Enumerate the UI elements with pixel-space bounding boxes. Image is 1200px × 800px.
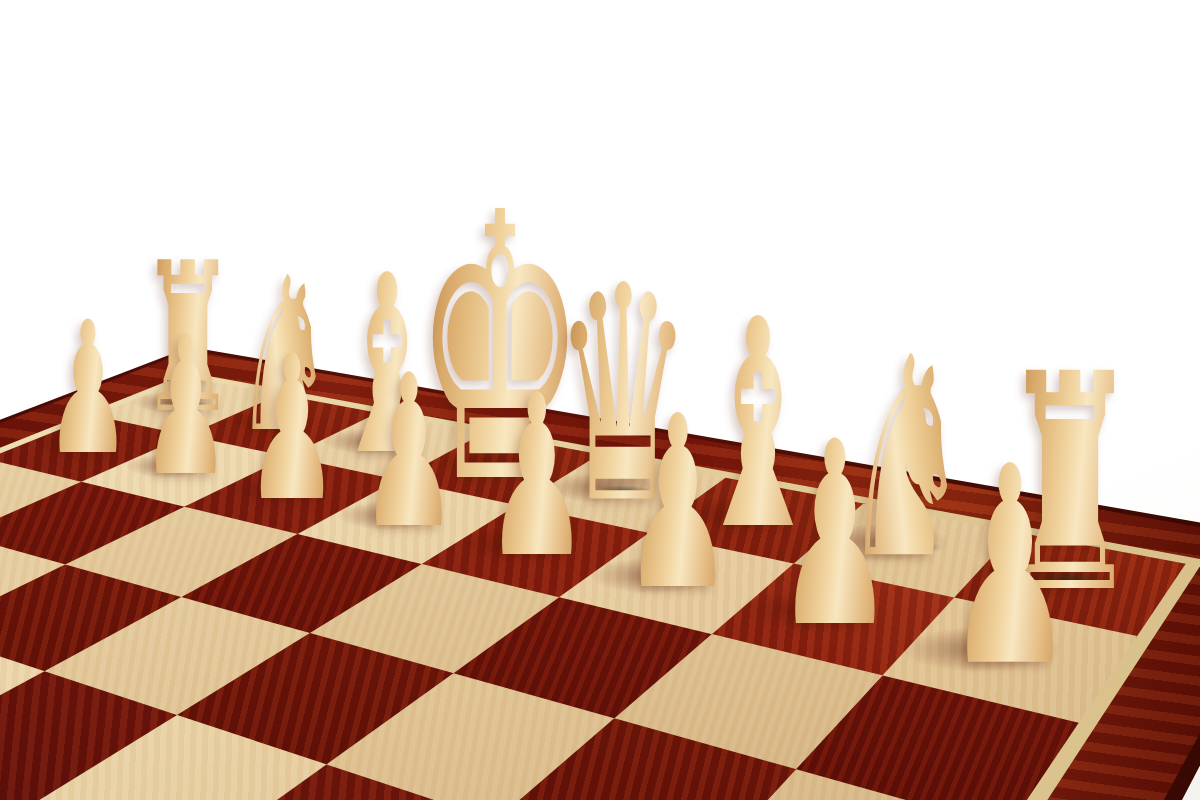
photo-canvas: ♜♞♝♚♛♝♞♜♟♟♟♟♟♟♟♟	[0, 0, 1200, 800]
chessboard: ♜♞♝♚♛♝♞♜♟♟♟♟♟♟♟♟	[0, 0, 1200, 800]
